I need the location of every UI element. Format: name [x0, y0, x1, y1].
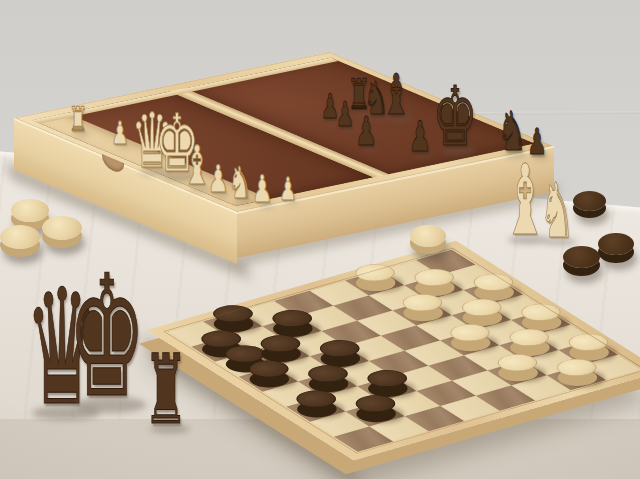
table-checker-light — [42, 216, 82, 240]
chess-dark-bishop: ♝ — [380, 67, 411, 123]
pieces-overlay: ♜♟♛♚♝♟♞♟♟♟♟♜♞♝♟♟♚♞♟♛♚♜♝♞ — [0, 0, 640, 479]
chess-dark-pawn: ♟ — [408, 116, 431, 158]
chess-light-knight: ♞ — [539, 173, 574, 249]
chess-dark-pawn: ♟ — [355, 111, 377, 151]
chess-dark-rook: ♜ — [144, 342, 189, 438]
product-photo-scene: ♜♟♛♚♝♟♞♟♟♟♟♜♞♝♟♟♚♞♟♛♚♜♝♞ — [0, 0, 640, 479]
table-checker-dark — [598, 233, 634, 255]
chess-light-pawn: ♟ — [207, 160, 228, 198]
table-checker-light — [0, 225, 40, 249]
table-checker-light — [11, 199, 49, 222]
rail-checker-light — [410, 225, 446, 247]
chess-light-pawn: ♟ — [111, 117, 129, 149]
chess-dark-king: ♚ — [68, 253, 146, 421]
chess-light-knight: ♞ — [228, 161, 252, 205]
table-checker-dark — [573, 191, 606, 211]
chess-light-pawn: ♟ — [279, 173, 297, 205]
chess-light-rook: ♜ — [69, 102, 88, 136]
chess-light-pawn: ♟ — [251, 170, 272, 208]
chess-dark-king: ♚ — [432, 76, 478, 158]
